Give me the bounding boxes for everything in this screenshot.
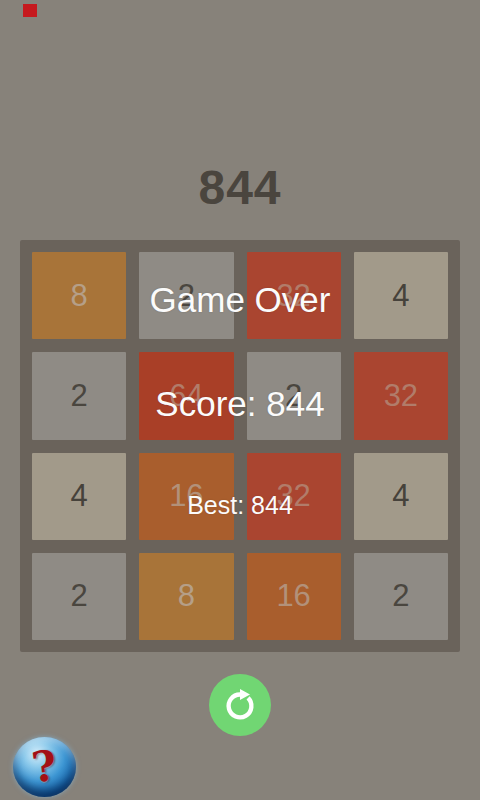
question-mark-icon: ? — [30, 745, 60, 790]
tile-r2c3: 2 — [247, 352, 341, 439]
tile-r2c1: 2 — [32, 352, 126, 439]
help-button[interactable]: ? — [13, 737, 76, 797]
tile-r3c2: 16 — [139, 453, 233, 540]
tile-r4c4: 2 — [354, 553, 448, 640]
tile-r4c2: 8 — [139, 553, 233, 640]
tile-r1c1: 8 — [32, 252, 126, 339]
tile-r1c2: 2 — [139, 252, 233, 339]
tile-r4c1: 2 — [32, 553, 126, 640]
score-display: 844 — [0, 160, 480, 215]
red-click-marker — [23, 4, 37, 17]
tile-r4c3: 16 — [247, 553, 341, 640]
tile-r3c1: 4 — [32, 453, 126, 540]
game-board[interactable]: 8232426423241632428162 — [20, 240, 460, 652]
restart-button[interactable] — [209, 674, 271, 736]
tile-r3c4: 4 — [354, 453, 448, 540]
tile-r3c3: 32 — [247, 453, 341, 540]
tile-r2c2: 64 — [139, 352, 233, 439]
refresh-icon — [221, 686, 259, 724]
tile-r1c3: 32 — [247, 252, 341, 339]
tile-r2c4: 32 — [354, 352, 448, 439]
tile-r1c4: 4 — [354, 252, 448, 339]
